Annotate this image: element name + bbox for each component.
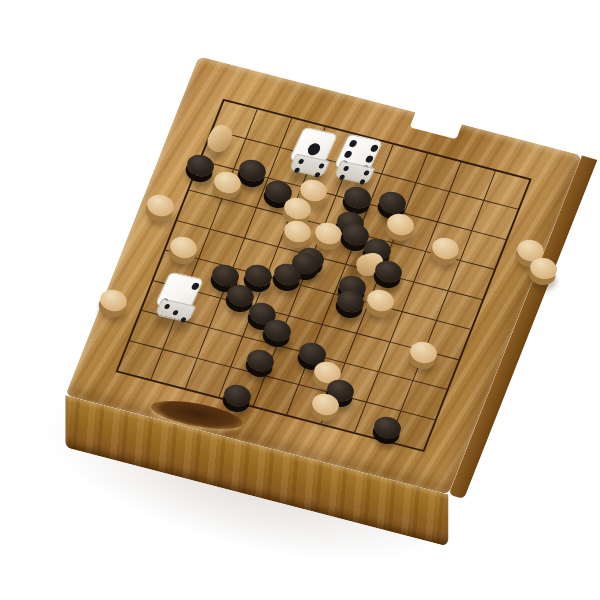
- die-pip: [172, 310, 179, 316]
- die-pip: [180, 316, 187, 322]
- lid-notch-cutout: [410, 105, 465, 139]
- die-pip: [294, 167, 301, 173]
- product-photo-canvas: [0, 0, 600, 600]
- die-pip: [191, 282, 201, 290]
- die-pip: [318, 163, 325, 169]
- die-pip: [365, 155, 375, 163]
- die-top-1[interactable]: [295, 130, 339, 184]
- die-pip: [343, 165, 350, 171]
- die-pip: [348, 139, 358, 147]
- die-top-6[interactable]: [340, 137, 384, 191]
- die-pip: [298, 158, 305, 164]
- die-pip: [314, 171, 321, 177]
- die-pip: [370, 144, 380, 152]
- die-top-2[interactable]: [161, 275, 205, 329]
- die-pip: [164, 303, 171, 309]
- die-pip: [344, 150, 354, 158]
- die-pip: [306, 142, 323, 156]
- die-pip: [339, 174, 346, 180]
- die-pip: [363, 170, 370, 176]
- die-pip: [359, 178, 366, 184]
